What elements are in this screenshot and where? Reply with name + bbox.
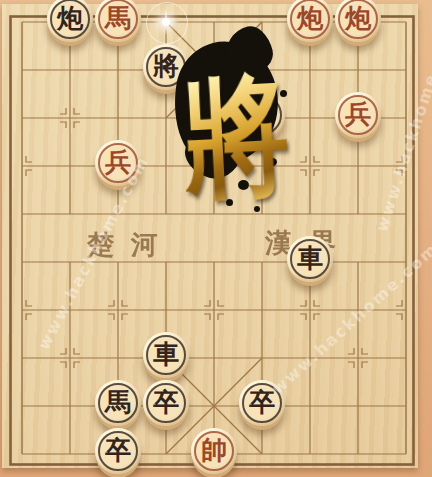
piece-black-soldier[interactable]: 卒	[239, 380, 285, 426]
piece-character: 將	[153, 53, 179, 79]
piece-character: 馬	[105, 5, 131, 31]
piece-character: 炮	[345, 5, 371, 31]
piece-character: 炮	[297, 5, 323, 31]
piece-black-soldier[interactable]: 卒	[95, 428, 141, 474]
river-label-left: 楚河	[87, 227, 175, 263]
piece-character: 兵	[345, 101, 371, 127]
piece-red-general[interactable]: 帥	[191, 428, 237, 474]
piece-character: 士	[249, 101, 275, 127]
piece-black-advisor[interactable]: 士	[239, 92, 285, 138]
piece-character: 炮	[57, 5, 83, 31]
piece-black-advisor[interactable]: 士	[191, 44, 237, 90]
piece-character: 士	[201, 53, 227, 79]
piece-black-horse[interactable]: 馬	[95, 380, 141, 426]
piece-character: 卒	[249, 389, 275, 415]
piece-character: 車	[297, 245, 323, 271]
xiangqi-board-screen: 楚河 漢界 炮馬炮炮將士士兵兵車車馬卒卒卒帥 將 www.hackhome.co…	[0, 0, 432, 477]
piece-black-chariot[interactable]: 車	[287, 236, 333, 282]
piece-character: 帥	[201, 437, 227, 463]
piece-character: 馬	[105, 389, 131, 415]
piece-character: 兵	[105, 149, 131, 175]
piece-character: 車	[153, 341, 179, 367]
piece-red-soldier[interactable]: 兵	[335, 92, 381, 138]
piece-red-soldier[interactable]: 兵	[95, 140, 141, 186]
piece-black-general[interactable]: 將	[143, 44, 189, 90]
piece-character: 卒	[105, 437, 131, 463]
piece-black-chariot[interactable]: 車	[143, 332, 189, 378]
piece-black-soldier[interactable]: 卒	[143, 380, 189, 426]
piece-character: 卒	[153, 389, 179, 415]
